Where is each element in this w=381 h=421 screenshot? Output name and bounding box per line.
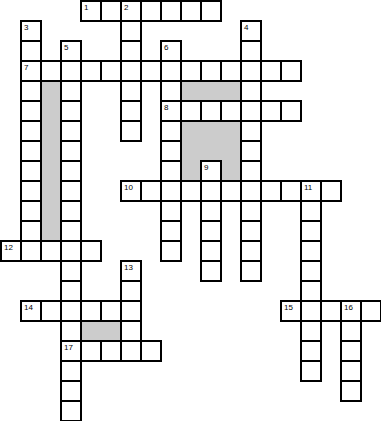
cell[interactable]: [160, 120, 182, 142]
cell[interactable]: 3: [20, 20, 42, 42]
cell[interactable]: [120, 20, 142, 42]
clue-number: 9: [204, 163, 208, 172]
cell[interactable]: [80, 300, 102, 322]
cell[interactable]: [160, 140, 182, 162]
cell[interactable]: [300, 340, 322, 362]
cell[interactable]: [60, 80, 82, 102]
cell[interactable]: [60, 100, 82, 122]
cell[interactable]: [220, 60, 242, 82]
cell[interactable]: [280, 60, 302, 82]
cell[interactable]: 2: [120, 0, 142, 22]
cell[interactable]: 14: [20, 300, 42, 322]
cell[interactable]: [200, 0, 222, 22]
clue-number: 7: [24, 63, 28, 72]
cell[interactable]: [260, 180, 282, 202]
cell[interactable]: [60, 280, 82, 302]
cell[interactable]: [140, 180, 162, 202]
cell[interactable]: [200, 240, 222, 262]
cell[interactable]: [20, 180, 42, 202]
cell[interactable]: [160, 0, 182, 22]
cell[interactable]: [60, 180, 82, 202]
cell[interactable]: [60, 220, 82, 242]
cell[interactable]: [280, 180, 302, 202]
cell[interactable]: [180, 0, 202, 22]
cell[interactable]: [20, 120, 42, 142]
cell[interactable]: [20, 80, 42, 102]
cell[interactable]: [20, 240, 42, 262]
cell[interactable]: [20, 220, 42, 242]
cell[interactable]: 10: [120, 180, 142, 202]
cell[interactable]: [320, 180, 342, 202]
clue-number: 11: [304, 183, 312, 192]
cell[interactable]: [360, 300, 381, 322]
cell[interactable]: [160, 80, 182, 102]
cell[interactable]: [240, 80, 262, 102]
cell[interactable]: 15: [280, 300, 302, 322]
cell[interactable]: [60, 400, 82, 421]
cell[interactable]: [100, 300, 122, 322]
cell[interactable]: [60, 240, 82, 262]
cell[interactable]: [120, 300, 142, 322]
cell[interactable]: [100, 340, 122, 362]
cell[interactable]: [240, 160, 262, 182]
cell[interactable]: [240, 200, 262, 222]
clue-number: 3: [24, 23, 28, 32]
cell[interactable]: [160, 240, 182, 262]
cell[interactable]: [240, 240, 262, 262]
cell[interactable]: [340, 340, 362, 362]
cell[interactable]: [60, 380, 82, 402]
cell[interactable]: [240, 100, 262, 122]
cell[interactable]: [60, 260, 82, 282]
cell[interactable]: [40, 240, 62, 262]
cell[interactable]: [140, 60, 162, 82]
cell[interactable]: [120, 60, 142, 82]
cell[interactable]: [60, 60, 82, 82]
cell[interactable]: [60, 360, 82, 382]
cell[interactable]: [300, 200, 322, 222]
cell[interactable]: [120, 280, 142, 302]
cell[interactable]: [300, 320, 322, 342]
clue-number: 16: [344, 303, 353, 312]
cell[interactable]: [200, 260, 222, 282]
cell[interactable]: [300, 240, 322, 262]
cell[interactable]: [240, 180, 262, 202]
cell[interactable]: [40, 60, 62, 82]
cell[interactable]: [120, 120, 142, 142]
cell[interactable]: [60, 200, 82, 222]
cell[interactable]: [220, 100, 242, 122]
cell[interactable]: 12: [0, 240, 22, 262]
cell[interactable]: [320, 300, 342, 322]
cell[interactable]: [200, 100, 222, 122]
clue-number: 17: [64, 343, 73, 352]
clue-number: 6: [164, 43, 168, 52]
clue-number: 1: [84, 3, 88, 12]
cell[interactable]: [180, 100, 202, 122]
cell[interactable]: [60, 140, 82, 162]
cell[interactable]: [240, 40, 262, 62]
crossword-board: 1234567891011121314151617: [0, 0, 381, 421]
cell[interactable]: [120, 320, 142, 342]
cell[interactable]: [120, 100, 142, 122]
cell[interactable]: [140, 0, 162, 22]
cell[interactable]: [220, 180, 242, 202]
cell[interactable]: 7: [20, 60, 42, 82]
cell[interactable]: 6: [160, 40, 182, 62]
cell[interactable]: [20, 100, 42, 122]
cell[interactable]: 4: [240, 20, 262, 42]
cell[interactable]: [200, 200, 222, 222]
cell[interactable]: [260, 60, 282, 82]
cell[interactable]: [60, 320, 82, 342]
cell[interactable]: [80, 240, 102, 262]
cell[interactable]: [340, 320, 362, 342]
cell[interactable]: [80, 340, 102, 362]
clue-number: 8: [164, 103, 168, 112]
cell[interactable]: [300, 260, 322, 282]
clue-number: 10: [124, 183, 133, 192]
cell[interactable]: 8: [160, 100, 182, 122]
cell[interactable]: [200, 180, 222, 202]
clue-number: 4: [244, 23, 248, 32]
cell[interactable]: [300, 300, 322, 322]
cell[interactable]: [240, 260, 262, 282]
cell[interactable]: [60, 120, 82, 142]
clue-number: 15: [284, 303, 293, 312]
cell[interactable]: 13: [120, 260, 142, 282]
cell[interactable]: [200, 220, 222, 242]
shaded-block: [180, 80, 242, 102]
cell[interactable]: [100, 0, 122, 22]
shaded-block: [80, 320, 122, 342]
cell[interactable]: 16: [340, 300, 362, 322]
clue-number: 14: [24, 303, 33, 312]
cell[interactable]: [120, 80, 142, 102]
cell[interactable]: 9: [200, 160, 222, 182]
cell[interactable]: 5: [60, 40, 82, 62]
cell[interactable]: 17: [60, 340, 82, 362]
cell[interactable]: [300, 280, 322, 302]
clue-number: 13: [124, 263, 133, 272]
cell[interactable]: [60, 300, 82, 322]
cell[interactable]: [20, 140, 42, 162]
cell[interactable]: [160, 60, 182, 82]
cell[interactable]: [160, 220, 182, 242]
cell[interactable]: [340, 380, 362, 402]
cell[interactable]: [120, 340, 142, 362]
cell[interactable]: [240, 140, 262, 162]
cell[interactable]: [160, 160, 182, 182]
cell[interactable]: [280, 100, 302, 122]
cell[interactable]: [240, 220, 262, 242]
clue-number: 12: [4, 243, 13, 252]
cell[interactable]: [100, 60, 122, 82]
cell[interactable]: [160, 200, 182, 222]
cell[interactable]: [240, 60, 262, 82]
cell[interactable]: 1: [80, 0, 102, 22]
cell[interactable]: 11: [300, 180, 322, 202]
cell[interactable]: [260, 100, 282, 122]
cell[interactable]: [40, 300, 62, 322]
cell[interactable]: [180, 60, 202, 82]
cell[interactable]: [340, 360, 362, 382]
cell[interactable]: [20, 200, 42, 222]
cell[interactable]: [20, 40, 42, 62]
clue-number: 2: [124, 3, 128, 12]
clue-number: 5: [64, 43, 68, 52]
cell[interactable]: [20, 160, 42, 182]
cell[interactable]: [300, 360, 322, 382]
cell[interactable]: [80, 60, 102, 82]
cell[interactable]: [120, 40, 142, 62]
cell[interactable]: [160, 180, 182, 202]
cell[interactable]: [300, 220, 322, 242]
shaded-block: [40, 80, 62, 242]
cell[interactable]: [200, 60, 222, 82]
cell[interactable]: [240, 120, 262, 142]
cell[interactable]: [60, 160, 82, 182]
cell[interactable]: [180, 180, 202, 202]
cell[interactable]: [140, 340, 162, 362]
